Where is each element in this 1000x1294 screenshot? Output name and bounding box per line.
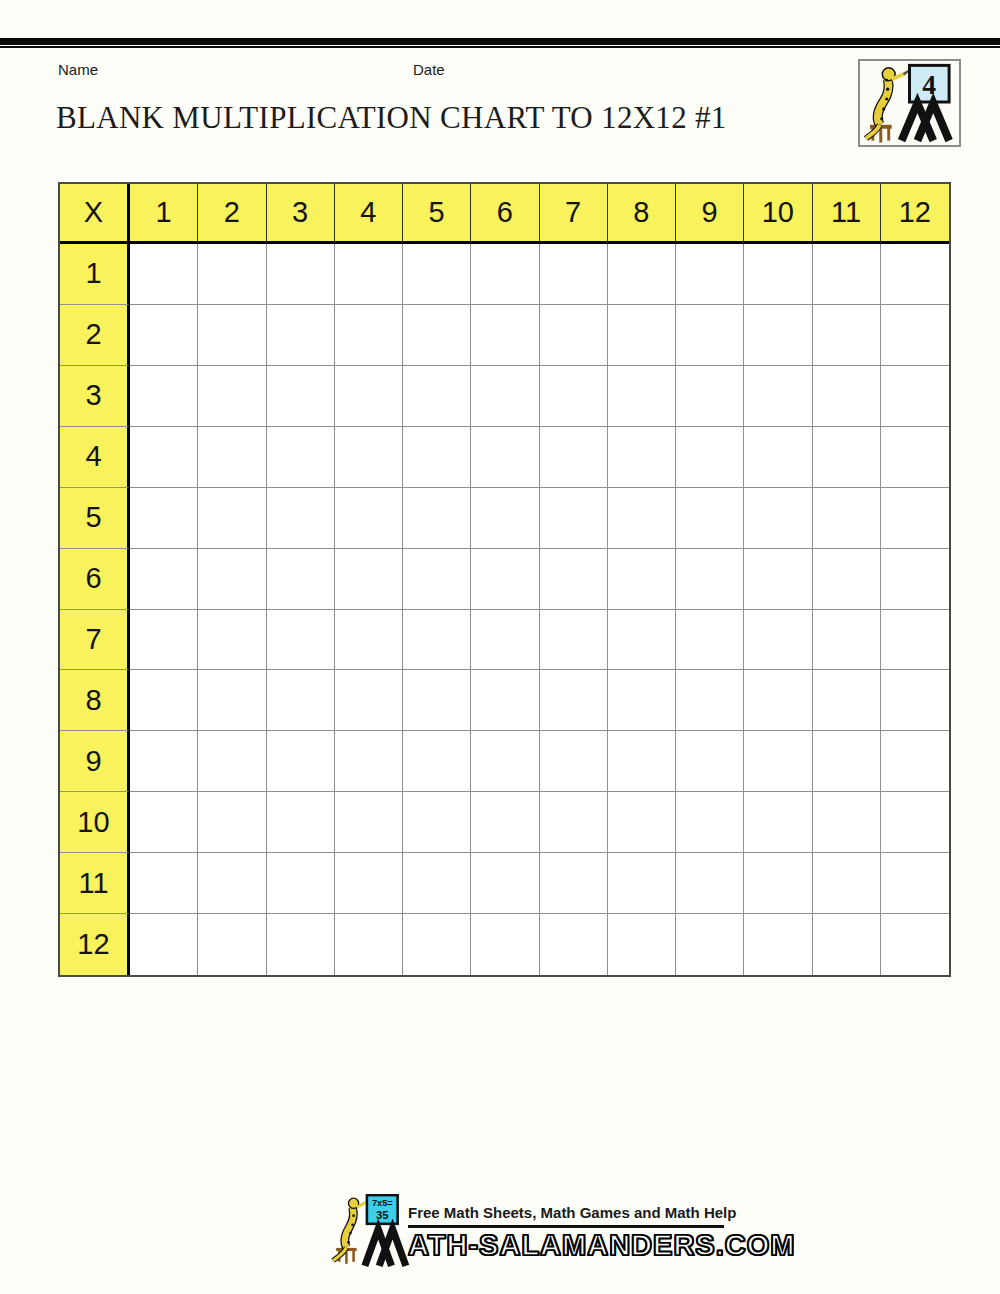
answer-cell[interactable] (471, 610, 539, 671)
answer-cell[interactable] (471, 670, 539, 731)
answer-cell[interactable] (813, 305, 881, 366)
answer-cell[interactable] (130, 366, 198, 427)
answer-cell[interactable] (540, 610, 608, 671)
answer-cell[interactable] (198, 792, 266, 853)
answer-cell[interactable] (813, 244, 881, 305)
footer-tagline: Free Math Sheets, Math Games and Math He… (408, 1204, 724, 1221)
footer-logo: 7x5= 35 (330, 1194, 412, 1268)
row-header-cell: 3 (60, 366, 130, 427)
answer-cell[interactable] (198, 488, 266, 549)
answer-cell[interactable] (335, 244, 403, 305)
grid-corner-label: X (60, 184, 130, 244)
answer-cell[interactable] (335, 610, 403, 671)
answer-cell[interactable] (744, 914, 812, 975)
answer-cell[interactable] (676, 549, 744, 610)
answer-cell[interactable] (608, 914, 676, 975)
answer-cell[interactable] (540, 366, 608, 427)
answer-cell[interactable] (267, 427, 335, 488)
answer-cell[interactable] (403, 549, 471, 610)
salamander-logo-icon: 4 (860, 61, 959, 145)
answer-cell[interactable] (881, 670, 949, 731)
answer-cell[interactable] (608, 670, 676, 731)
answer-cell[interactable] (540, 488, 608, 549)
answer-cell[interactable] (403, 792, 471, 853)
answer-cell[interactable] (881, 366, 949, 427)
answer-cell[interactable] (267, 792, 335, 853)
footer-brand: 7x5= 35 Free Math Sheets, Math Games and… (330, 1194, 724, 1268)
worksheet-title: BLANK MULTIPLICATION CHART TO 12X12 #1 (56, 100, 727, 136)
answer-cell[interactable] (471, 914, 539, 975)
answer-cell[interactable] (267, 244, 335, 305)
row-header-cell: 1 (60, 244, 130, 305)
answer-cell[interactable] (267, 549, 335, 610)
answer-cell[interactable] (471, 731, 539, 792)
answer-cell[interactable] (335, 670, 403, 731)
answer-cell[interactable] (130, 305, 198, 366)
answer-cell[interactable] (540, 670, 608, 731)
answer-cell[interactable] (130, 731, 198, 792)
answer-cell[interactable] (608, 610, 676, 671)
answer-cell[interactable] (198, 914, 266, 975)
answer-cell[interactable] (881, 610, 949, 671)
answer-cell[interactable] (471, 244, 539, 305)
answer-cell[interactable] (608, 488, 676, 549)
answer-cell[interactable] (198, 731, 266, 792)
answer-cell[interactable] (676, 731, 744, 792)
answer-cell[interactable] (744, 792, 812, 853)
answer-cell[interactable] (403, 853, 471, 914)
answer-cell[interactable] (540, 792, 608, 853)
answer-cell[interactable] (881, 853, 949, 914)
name-label: Name (58, 61, 98, 78)
answer-cell[interactable] (335, 792, 403, 853)
answer-cell[interactable] (881, 305, 949, 366)
footer-text: Free Math Sheets, Math Games and Math He… (408, 1194, 724, 1262)
answer-cell[interactable] (267, 670, 335, 731)
answer-cell[interactable] (744, 488, 812, 549)
answer-cell[interactable] (471, 366, 539, 427)
answer-cell[interactable] (198, 427, 266, 488)
answer-cell[interactable] (198, 549, 266, 610)
answer-cell[interactable] (881, 549, 949, 610)
col-header-cell: 1 (130, 184, 198, 244)
row-header-cell: 8 (60, 670, 130, 731)
col-header-cell: 12 (881, 184, 949, 244)
answer-cell[interactable] (335, 488, 403, 549)
answer-cell[interactable] (813, 366, 881, 427)
answer-cell[interactable] (813, 792, 881, 853)
row-header-cell: 12 (60, 914, 130, 975)
answer-cell[interactable] (267, 488, 335, 549)
row-header-cell: 4 (60, 427, 130, 488)
answer-cell[interactable] (676, 610, 744, 671)
answer-cell[interactable] (744, 670, 812, 731)
answer-cell[interactable] (471, 549, 539, 610)
math-sign-line2: 35 (376, 1209, 389, 1221)
answer-cell[interactable] (608, 427, 676, 488)
answer-cell[interactable] (198, 853, 266, 914)
answer-cell[interactable] (676, 427, 744, 488)
answer-cell[interactable] (267, 610, 335, 671)
answer-cell[interactable] (403, 914, 471, 975)
answer-cell[interactable] (744, 427, 812, 488)
answer-cell[interactable] (813, 488, 881, 549)
answer-cell[interactable] (130, 549, 198, 610)
answer-cell[interactable] (540, 914, 608, 975)
col-header-cell: 10 (744, 184, 812, 244)
col-header-cell: 11 (813, 184, 881, 244)
answer-cell[interactable] (198, 670, 266, 731)
col-header-cell: 6 (471, 184, 539, 244)
salamander-mascot-icon: 7x5= 35 (330, 1194, 412, 1268)
top-divider (0, 38, 1000, 48)
answer-cell[interactable] (676, 488, 744, 549)
answer-cell[interactable] (403, 610, 471, 671)
answer-cell[interactable] (813, 670, 881, 731)
answer-cell[interactable] (608, 305, 676, 366)
answer-cell[interactable] (813, 731, 881, 792)
answer-cell[interactable] (676, 792, 744, 853)
answer-cell[interactable] (881, 731, 949, 792)
answer-cell[interactable] (813, 853, 881, 914)
col-header-cell: 9 (676, 184, 744, 244)
col-header-cell: 4 (335, 184, 403, 244)
answer-cell[interactable] (198, 366, 266, 427)
answer-cell[interactable] (744, 244, 812, 305)
answer-cell[interactable] (267, 914, 335, 975)
worksheet-number-logo: 4 (858, 59, 961, 147)
math-sign-line1: 7x5= (372, 1198, 393, 1208)
answer-cell[interactable] (540, 305, 608, 366)
answer-cell[interactable] (267, 366, 335, 427)
answer-cell[interactable] (403, 366, 471, 427)
answer-cell[interactable] (130, 792, 198, 853)
answer-cell[interactable] (881, 488, 949, 549)
answer-cell[interactable] (540, 427, 608, 488)
worksheet-page: Name Date 4 BLANK MULTIPL (0, 0, 1000, 1294)
answer-cell[interactable] (130, 244, 198, 305)
date-label: Date (413, 61, 445, 78)
answer-cell[interactable] (881, 244, 949, 305)
answer-cell[interactable] (676, 244, 744, 305)
answer-cell[interactable] (881, 914, 949, 975)
answer-cell[interactable] (471, 488, 539, 549)
answer-cell[interactable] (335, 305, 403, 366)
answer-cell[interactable] (335, 549, 403, 610)
answer-cell[interactable] (335, 914, 403, 975)
answer-cell[interactable] (130, 853, 198, 914)
answer-cell[interactable] (471, 305, 539, 366)
answer-cell[interactable] (403, 488, 471, 549)
answer-cell[interactable] (403, 305, 471, 366)
answer-cell[interactable] (813, 914, 881, 975)
answer-cell[interactable] (608, 366, 676, 427)
multiplication-grid: X123456789101112123456789101112 (58, 182, 951, 977)
answer-cell[interactable] (471, 427, 539, 488)
answer-cell[interactable] (540, 549, 608, 610)
answer-cell[interactable] (471, 792, 539, 853)
answer-cell[interactable] (881, 792, 949, 853)
answer-cell[interactable] (403, 427, 471, 488)
answer-cell[interactable] (130, 427, 198, 488)
answer-cell[interactable] (403, 670, 471, 731)
answer-cell[interactable] (676, 366, 744, 427)
answer-cell[interactable] (130, 670, 198, 731)
answer-cell[interactable] (744, 610, 812, 671)
site-name[interactable]: ATH-SALAMANDERS.COM (408, 1229, 724, 1262)
footer-rule (408, 1225, 724, 1228)
answer-cell[interactable] (471, 853, 539, 914)
answer-cell[interactable] (744, 549, 812, 610)
answer-cell[interactable] (267, 731, 335, 792)
answer-cell[interactable] (403, 244, 471, 305)
answer-cell[interactable] (267, 853, 335, 914)
answer-cell[interactable] (608, 244, 676, 305)
answer-cell[interactable] (744, 853, 812, 914)
row-header-cell: 5 (60, 488, 130, 549)
row-header-cell: 6 (60, 549, 130, 610)
answer-cell[interactable] (267, 305, 335, 366)
answer-cell[interactable] (881, 427, 949, 488)
row-header-cell: 7 (60, 610, 130, 671)
answer-cell[interactable] (198, 305, 266, 366)
answer-cell[interactable] (676, 670, 744, 731)
col-header-cell: 7 (540, 184, 608, 244)
answer-cell[interactable] (130, 914, 198, 975)
answer-cell[interactable] (608, 853, 676, 914)
answer-cell[interactable] (744, 731, 812, 792)
answer-cell[interactable] (813, 610, 881, 671)
answer-cell[interactable] (676, 853, 744, 914)
answer-cell[interactable] (540, 853, 608, 914)
answer-cell[interactable] (540, 244, 608, 305)
answer-cell[interactable] (676, 305, 744, 366)
row-header-cell: 10 (60, 792, 130, 853)
answer-cell[interactable] (608, 549, 676, 610)
answer-cell[interactable] (608, 792, 676, 853)
answer-cell[interactable] (744, 366, 812, 427)
row-header-cell: 11 (60, 853, 130, 914)
answer-cell[interactable] (130, 488, 198, 549)
answer-cell[interactable] (335, 427, 403, 488)
answer-cell[interactable] (403, 731, 471, 792)
answer-cell[interactable] (198, 610, 266, 671)
answer-cell[interactable] (676, 914, 744, 975)
answer-cell[interactable] (744, 305, 812, 366)
answer-cell[interactable] (335, 853, 403, 914)
answer-cell[interactable] (813, 549, 881, 610)
col-header-cell: 5 (403, 184, 471, 244)
answer-cell[interactable] (608, 731, 676, 792)
answer-cell[interactable] (335, 731, 403, 792)
answer-cell[interactable] (130, 610, 198, 671)
answer-cell[interactable] (540, 731, 608, 792)
answer-cell[interactable] (813, 427, 881, 488)
answer-cell[interactable] (335, 366, 403, 427)
col-header-cell: 2 (198, 184, 266, 244)
row-header-cell: 9 (60, 731, 130, 792)
answer-cell[interactable] (198, 244, 266, 305)
col-header-cell: 8 (608, 184, 676, 244)
col-header-cell: 3 (267, 184, 335, 244)
row-header-cell: 2 (60, 305, 130, 366)
